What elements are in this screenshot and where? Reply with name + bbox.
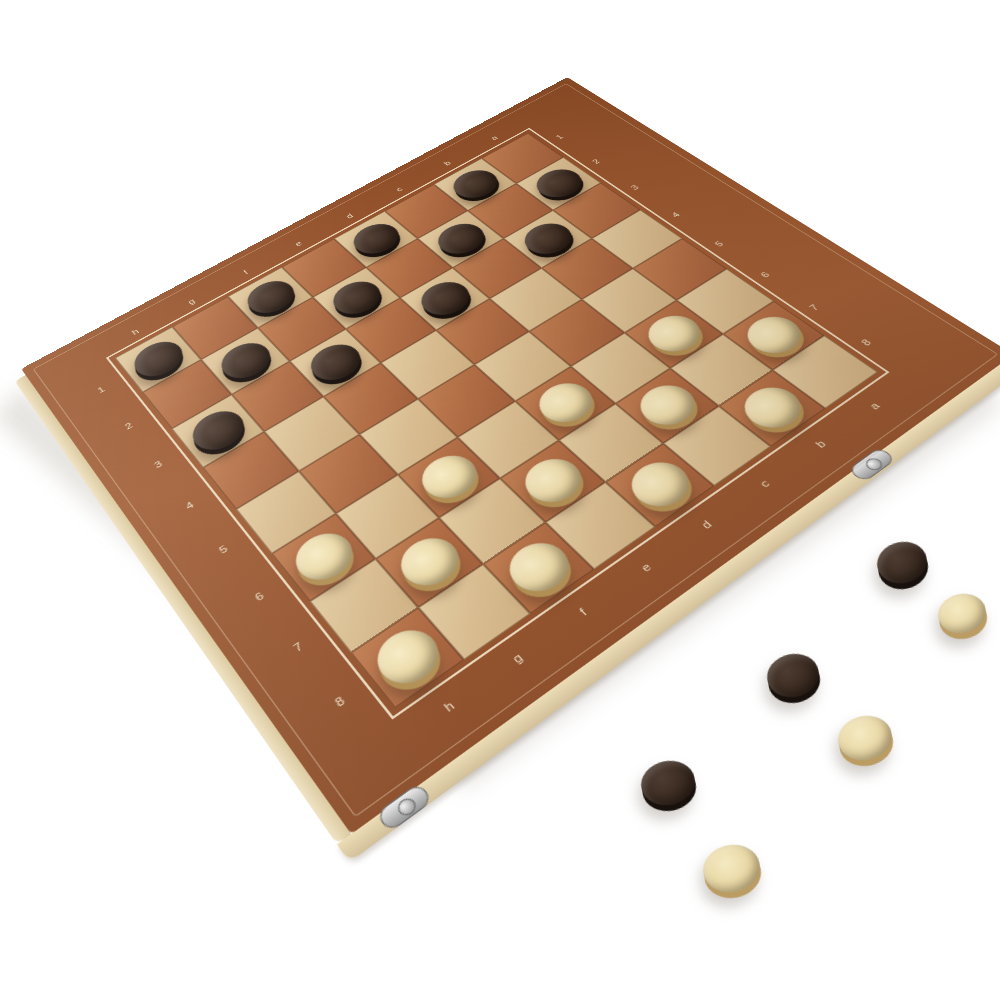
closure-latch [375, 782, 433, 833]
loose-light-checker-2[interactable] [934, 589, 989, 637]
file-label-c: c [732, 460, 801, 510]
rank-label-1: 1 [81, 369, 123, 412]
file-label-b: b [788, 422, 855, 470]
loose-dark-checker-1[interactable] [873, 537, 930, 587]
file-label-a: a [843, 384, 908, 430]
file-label-d: d [672, 500, 743, 552]
rank-label-5: 5 [198, 523, 249, 578]
rank-label-4: 4 [166, 480, 214, 532]
scene: hgfedcba hgfedcba 12345678 12345678 [0, 0, 1000, 1000]
rank-label-2: 2 [107, 404, 151, 450]
loose-light-checker-4[interactable] [834, 711, 896, 765]
rank-label-7: 7 [270, 616, 327, 680]
rank-label-3: 3 [136, 441, 182, 490]
checkerboard-grid [115, 133, 878, 708]
rank-label-8: 8 [310, 668, 371, 737]
rank-label-6: 6 [233, 568, 287, 627]
loose-light-checker-6[interactable] [698, 839, 764, 897]
loose-dark-checker-5[interactable] [637, 756, 699, 810]
loose-dark-checker-3[interactable] [763, 649, 823, 702]
